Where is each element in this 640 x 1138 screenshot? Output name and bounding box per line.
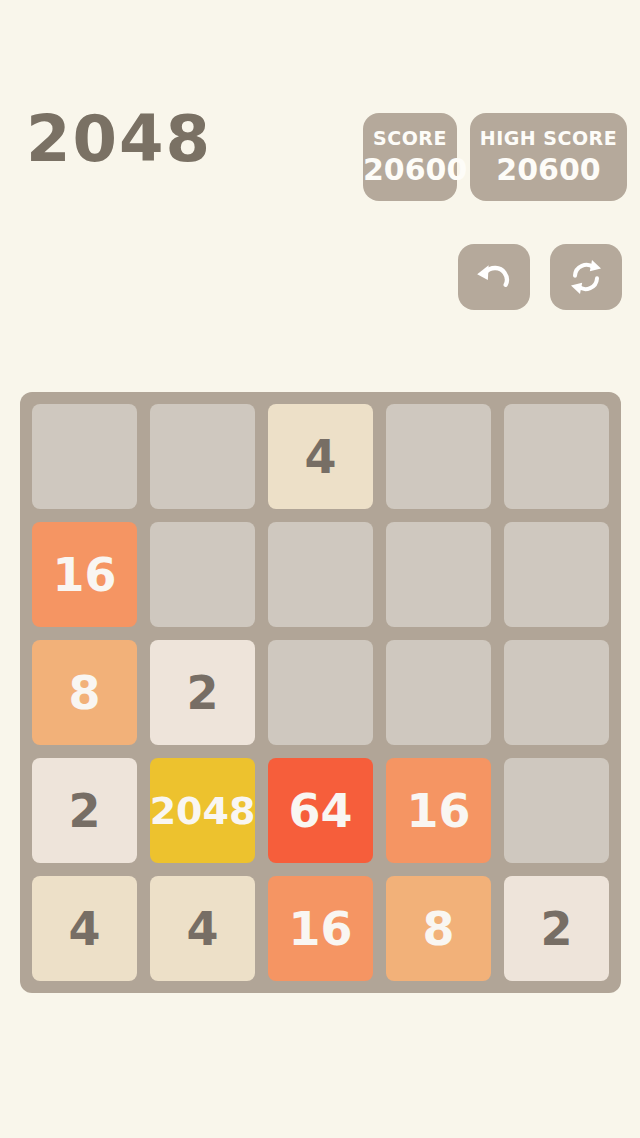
tile-4-r1c3: 4 — [268, 404, 373, 509]
score-box: SCORE 20600 — [363, 113, 457, 201]
tile-8-r3c1: 8 — [32, 640, 137, 745]
tile-2-r3c2: 2 — [150, 640, 255, 745]
empty-cell-r3c5 — [504, 640, 609, 745]
tile-16-r4c4: 16 — [386, 758, 491, 863]
tile-4-r5c1: 4 — [32, 876, 137, 981]
empty-cell-r2c4 — [386, 522, 491, 627]
tile-4-r5c2: 4 — [150, 876, 255, 981]
restart-button[interactable] — [550, 244, 622, 310]
empty-cell-r1c2 — [150, 404, 255, 509]
tile-2-r5c5: 2 — [504, 876, 609, 981]
empty-cell-r2c2 — [150, 522, 255, 627]
high-score-box: HIGH SCORE 20600 — [470, 113, 627, 201]
empty-cell-r4c5 — [504, 758, 609, 863]
tile-2-r4c1: 2 — [32, 758, 137, 863]
empty-cell-r2c3 — [268, 522, 373, 627]
tile-16-r2c1: 16 — [32, 522, 137, 627]
tile-2048-r4c2: 2048 — [150, 758, 255, 863]
undo-button[interactable] — [458, 244, 530, 310]
undo-icon — [474, 257, 514, 297]
empty-cell-r3c4 — [386, 640, 491, 745]
empty-cell-r1c4 — [386, 404, 491, 509]
tile-64-r4c3: 64 — [268, 758, 373, 863]
game-title: 2048 — [26, 98, 212, 181]
high-score-value: 20600 — [470, 152, 627, 187]
empty-cell-r1c1 — [32, 404, 137, 509]
board-grid[interactable]: 41682220486416441682 — [20, 392, 621, 993]
score-label: SCORE — [363, 127, 457, 149]
tile-16-r5c3: 16 — [268, 876, 373, 981]
tile-8-r5c4: 8 — [386, 876, 491, 981]
empty-cell-r2c5 — [504, 522, 609, 627]
empty-cell-r1c5 — [504, 404, 609, 509]
score-value: 20600 — [363, 152, 457, 187]
empty-cell-r3c3 — [268, 640, 373, 745]
restart-icon — [566, 257, 606, 297]
high-score-label: HIGH SCORE — [470, 127, 627, 149]
